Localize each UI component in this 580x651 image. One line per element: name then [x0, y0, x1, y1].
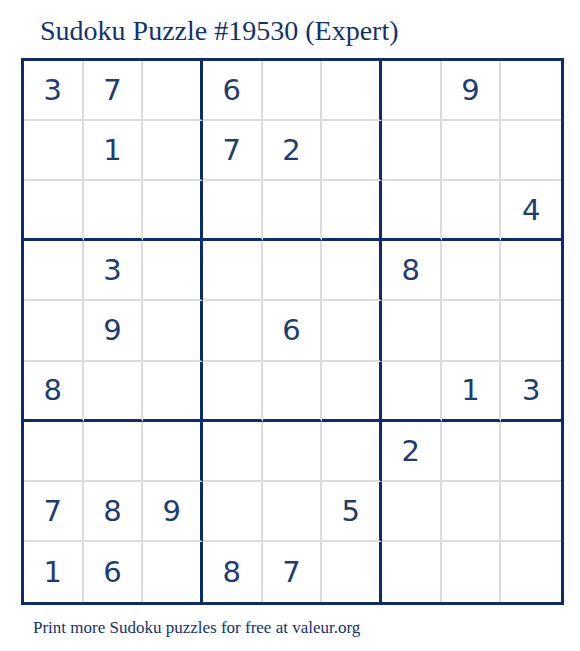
cell-r5c7[interactable]: [382, 301, 442, 361]
cell-r9c7[interactable]: [382, 542, 442, 602]
cell-r1c9[interactable]: [501, 61, 561, 121]
cell-r4c7[interactable]: 8: [382, 241, 442, 301]
cell-r8c9[interactable]: [501, 482, 561, 542]
cell-r5c3[interactable]: [143, 301, 203, 361]
cell-r6c5[interactable]: [263, 362, 323, 422]
cell-r9c6[interactable]: [322, 542, 382, 602]
cell-r8c3[interactable]: 9: [143, 482, 203, 542]
cell-r2c3[interactable]: [143, 121, 203, 181]
cell-r7c3[interactable]: [143, 422, 203, 482]
cell-r7c7[interactable]: 2: [382, 422, 442, 482]
cell-r2c5[interactable]: 2: [263, 121, 323, 181]
cell-r2c7[interactable]: [382, 121, 442, 181]
cell-r6c2[interactable]: [84, 362, 144, 422]
cell-r3c6[interactable]: [322, 181, 382, 241]
cell-r6c8[interactable]: 1: [442, 362, 502, 422]
cell-r7c2[interactable]: [84, 422, 144, 482]
cell-r3c3[interactable]: [143, 181, 203, 241]
cell-r9c4[interactable]: 8: [203, 542, 263, 602]
cell-r3c8[interactable]: [442, 181, 502, 241]
cell-r1c2[interactable]: 7: [84, 61, 144, 121]
cell-r5c4[interactable]: [203, 301, 263, 361]
cell-r6c6[interactable]: [322, 362, 382, 422]
cell-r9c9[interactable]: [501, 542, 561, 602]
cell-r7c6[interactable]: [322, 422, 382, 482]
cell-r4c2[interactable]: 3: [84, 241, 144, 301]
cell-r5c9[interactable]: [501, 301, 561, 361]
cell-r5c8[interactable]: [442, 301, 502, 361]
cell-r8c7[interactable]: [382, 482, 442, 542]
cell-r8c5[interactable]: [263, 482, 323, 542]
cell-r3c1[interactable]: [24, 181, 84, 241]
cell-r9c8[interactable]: [442, 542, 502, 602]
cell-r1c5[interactable]: [263, 61, 323, 121]
cell-r7c8[interactable]: [442, 422, 502, 482]
cell-r8c4[interactable]: [203, 482, 263, 542]
cell-r4c8[interactable]: [442, 241, 502, 301]
cell-r7c1[interactable]: [24, 422, 84, 482]
cell-r4c4[interactable]: [203, 241, 263, 301]
cell-r6c7[interactable]: [382, 362, 442, 422]
cell-r4c3[interactable]: [143, 241, 203, 301]
cell-r3c7[interactable]: [382, 181, 442, 241]
cell-r1c8[interactable]: 9: [442, 61, 502, 121]
cell-r2c8[interactable]: [442, 121, 502, 181]
cell-r7c4[interactable]: [203, 422, 263, 482]
cell-r2c6[interactable]: [322, 121, 382, 181]
cell-r8c8[interactable]: [442, 482, 502, 542]
cell-r6c4[interactable]: [203, 362, 263, 422]
cell-r4c6[interactable]: [322, 241, 382, 301]
cell-r5c2[interactable]: 9: [84, 301, 144, 361]
cell-r9c5[interactable]: 7: [263, 542, 323, 602]
cell-r4c1[interactable]: [24, 241, 84, 301]
cell-r9c1[interactable]: 1: [24, 542, 84, 602]
cell-r1c3[interactable]: [143, 61, 203, 121]
cell-r6c9[interactable]: 3: [501, 362, 561, 422]
cell-r1c1[interactable]: 3: [24, 61, 84, 121]
cell-r2c2[interactable]: 1: [84, 121, 144, 181]
sudoku-board: 376917243896813278951687: [21, 58, 564, 605]
cell-r9c3[interactable]: [143, 542, 203, 602]
page-title: Sudoku Puzzle #19530 (Expert): [40, 13, 399, 49]
cell-r1c7[interactable]: [382, 61, 442, 121]
cell-r5c5[interactable]: 6: [263, 301, 323, 361]
cell-r8c1[interactable]: 7: [24, 482, 84, 542]
cell-r6c3[interactable]: [143, 362, 203, 422]
cell-r9c2[interactable]: 6: [84, 542, 144, 602]
cell-r2c4[interactable]: 7: [203, 121, 263, 181]
cell-r2c9[interactable]: [501, 121, 561, 181]
cell-r1c6[interactable]: [322, 61, 382, 121]
footer-text: Print more Sudoku puzzles for free at va…: [33, 617, 360, 639]
cell-r3c2[interactable]: [84, 181, 144, 241]
cell-r3c4[interactable]: [203, 181, 263, 241]
cell-r4c5[interactable]: [263, 241, 323, 301]
cell-r2c1[interactable]: [24, 121, 84, 181]
cell-r7c5[interactable]: [263, 422, 323, 482]
cell-r6c1[interactable]: 8: [24, 362, 84, 422]
cell-r8c2[interactable]: 8: [84, 482, 144, 542]
cell-r3c9[interactable]: 4: [501, 181, 561, 241]
cell-r4c9[interactable]: [501, 241, 561, 301]
cell-r1c4[interactable]: 6: [203, 61, 263, 121]
cell-r3c5[interactable]: [263, 181, 323, 241]
cell-r8c6[interactable]: 5: [322, 482, 382, 542]
cell-r5c1[interactable]: [24, 301, 84, 361]
cell-r5c6[interactable]: [322, 301, 382, 361]
cell-r7c9[interactable]: [501, 422, 561, 482]
